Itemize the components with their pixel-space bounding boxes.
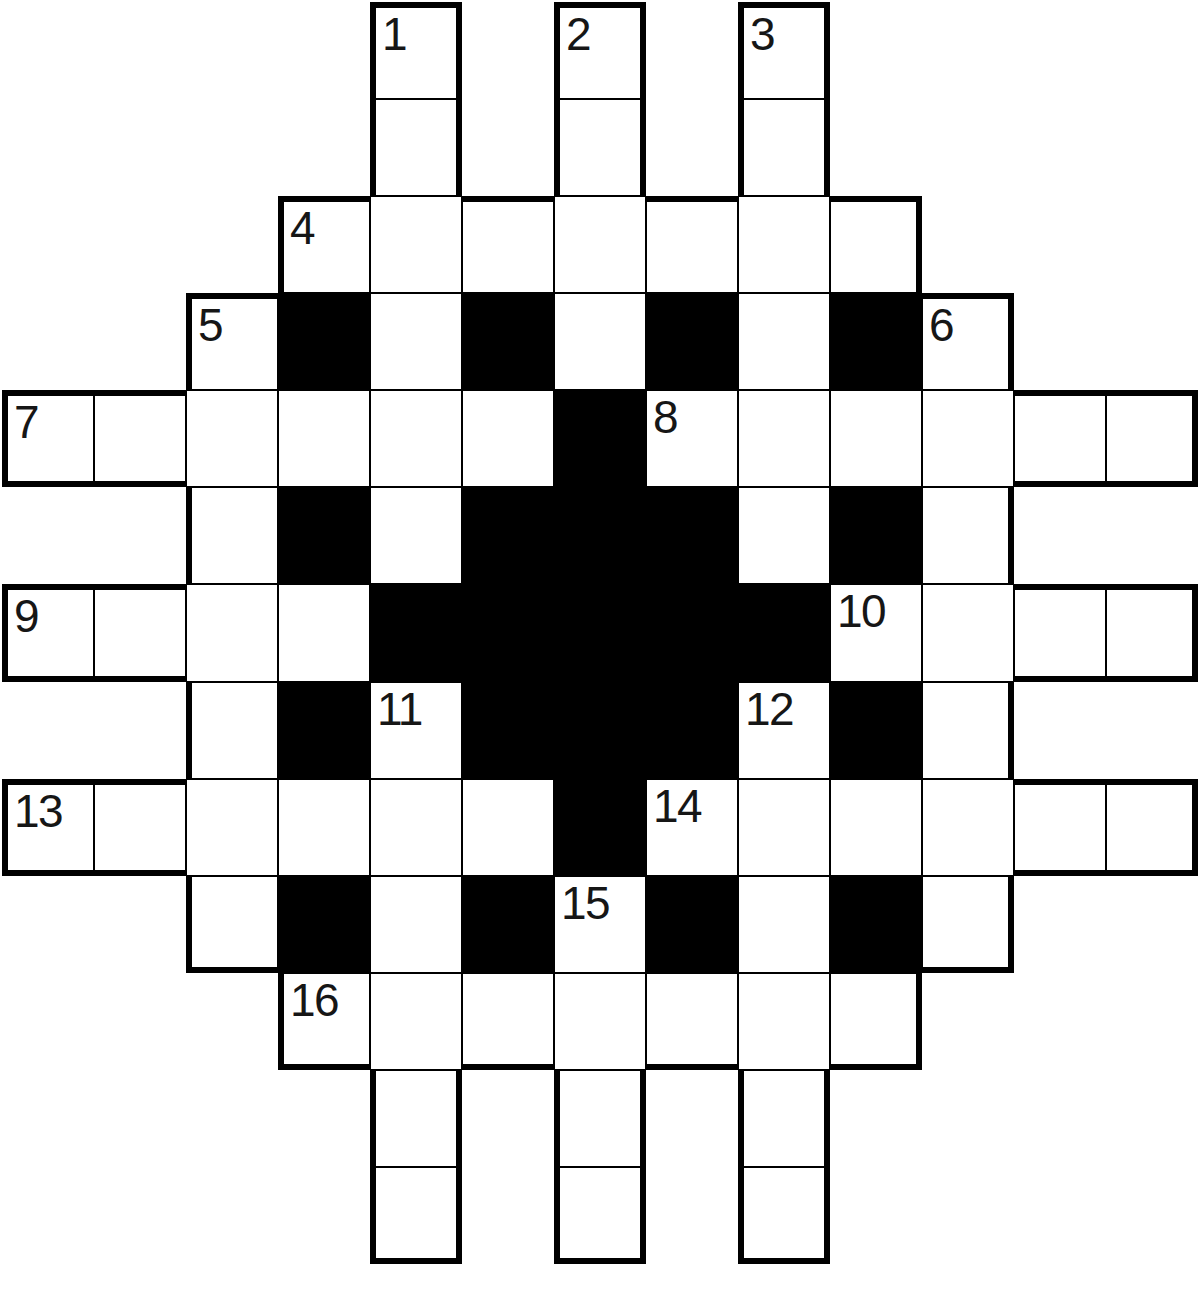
clue-number-1: 1 xyxy=(382,11,406,57)
clue-number-16: 16 xyxy=(290,977,338,1023)
white-cell-r4c5[interactable] xyxy=(462,390,554,487)
white-cell-r8c3[interactable] xyxy=(278,779,370,876)
white-cell-r9c2[interactable] xyxy=(186,876,278,973)
outside-area xyxy=(186,973,278,1070)
white-cell-r3c2[interactable]: 5 xyxy=(186,293,278,390)
white-cell-r10c6[interactable] xyxy=(554,973,646,1070)
outside-area xyxy=(278,1070,370,1167)
outside-area xyxy=(1014,196,1106,293)
white-cell-r2c5[interactable] xyxy=(462,196,554,293)
white-cell-r9c4[interactable] xyxy=(370,876,462,973)
outside-area xyxy=(1106,2,1198,99)
white-cell-r6c2[interactable] xyxy=(186,584,278,681)
clue-number-9: 9 xyxy=(14,593,38,639)
clue-number-14: 14 xyxy=(653,783,701,829)
black-cell-r9c9 xyxy=(830,876,922,973)
outside-area xyxy=(94,99,186,196)
outside-area xyxy=(830,99,922,196)
white-cell-r7c4[interactable]: 11 xyxy=(370,682,462,779)
white-cell-r4c1[interactable] xyxy=(94,390,186,487)
outside-area xyxy=(1106,973,1198,1070)
outside-area xyxy=(1014,1070,1106,1167)
outside-area xyxy=(94,487,186,584)
outside-area xyxy=(830,1070,922,1167)
white-cell-r10c3[interactable]: 16 xyxy=(278,973,370,1070)
white-cell-r12c8[interactable] xyxy=(738,1167,830,1264)
clue-number-2: 2 xyxy=(566,11,590,57)
outside-area xyxy=(186,196,278,293)
white-cell-r6c1[interactable] xyxy=(94,584,186,681)
outside-area xyxy=(186,1167,278,1264)
clue-number-4: 4 xyxy=(290,205,314,251)
clue-number-13: 13 xyxy=(14,788,62,834)
black-cell-r7c3 xyxy=(278,682,370,779)
outside-area xyxy=(1106,876,1198,973)
white-cell-r4c12[interactable] xyxy=(1106,390,1198,487)
black-cell-r6c8 xyxy=(738,584,830,681)
white-cell-r7c8[interactable]: 12 xyxy=(738,682,830,779)
white-cell-r9c8[interactable] xyxy=(738,876,830,973)
white-cell-r8c9[interactable] xyxy=(830,779,922,876)
white-cell-r1c4[interactable] xyxy=(370,99,462,196)
white-cell-r0c6[interactable]: 2 xyxy=(554,2,646,99)
outside-area xyxy=(2,293,94,390)
outside-area xyxy=(94,2,186,99)
black-cell-r6c4 xyxy=(370,584,462,681)
white-cell-r4c10[interactable] xyxy=(922,390,1014,487)
clue-number-11: 11 xyxy=(377,686,422,732)
white-cell-r10c8[interactable] xyxy=(738,973,830,1070)
white-cell-r3c10[interactable]: 6 xyxy=(922,293,1014,390)
black-cell-r7c9 xyxy=(830,682,922,779)
outside-area xyxy=(646,2,738,99)
white-cell-r2c9[interactable] xyxy=(830,196,922,293)
outside-area xyxy=(2,196,94,293)
outside-area xyxy=(922,196,1014,293)
white-cell-r12c4[interactable] xyxy=(370,1167,462,1264)
outside-area xyxy=(278,99,370,196)
white-cell-r5c4[interactable] xyxy=(370,487,462,584)
outside-area xyxy=(462,2,554,99)
white-cell-r8c7[interactable]: 14 xyxy=(646,779,738,876)
white-cell-r12c6[interactable] xyxy=(554,1167,646,1264)
outside-area xyxy=(1014,2,1106,99)
black-cell-r9c3 xyxy=(278,876,370,973)
outside-area xyxy=(2,99,94,196)
outside-area xyxy=(2,876,94,973)
white-cell-r9c6[interactable]: 15 xyxy=(554,876,646,973)
clue-number-5: 5 xyxy=(198,302,222,348)
outside-area xyxy=(1014,487,1106,584)
outside-area xyxy=(1014,99,1106,196)
white-cell-r8c10[interactable] xyxy=(922,779,1014,876)
outside-area xyxy=(1106,293,1198,390)
white-cell-r2c3[interactable]: 4 xyxy=(278,196,370,293)
outside-area xyxy=(94,1167,186,1264)
white-cell-r8c11[interactable] xyxy=(1014,779,1106,876)
white-cell-r2c7[interactable] xyxy=(646,196,738,293)
outside-area xyxy=(1106,1167,1198,1264)
white-cell-r3c4[interactable] xyxy=(370,293,462,390)
black-cell-r3c5 xyxy=(462,293,554,390)
black-cell-r6c5 xyxy=(462,584,554,681)
clue-number-8: 8 xyxy=(653,394,677,440)
white-cell-r4c9[interactable] xyxy=(830,390,922,487)
white-cell-r3c6[interactable] xyxy=(554,293,646,390)
black-cell-r3c3 xyxy=(278,293,370,390)
white-cell-r6c3[interactable] xyxy=(278,584,370,681)
outside-area xyxy=(278,1167,370,1264)
white-cell-r8c8[interactable] xyxy=(738,779,830,876)
white-cell-r1c8[interactable] xyxy=(738,99,830,196)
white-cell-r5c2[interactable] xyxy=(186,487,278,584)
white-cell-r3c8[interactable] xyxy=(738,293,830,390)
white-cell-r10c7[interactable] xyxy=(646,973,738,1070)
outside-area xyxy=(1014,876,1106,973)
white-cell-r6c11[interactable] xyxy=(1014,584,1106,681)
white-cell-r4c2[interactable] xyxy=(186,390,278,487)
outside-area xyxy=(2,682,94,779)
black-cell-r8c6 xyxy=(554,779,646,876)
clue-number-12: 12 xyxy=(745,686,793,732)
outside-area xyxy=(922,2,1014,99)
outside-area xyxy=(94,973,186,1070)
outside-area xyxy=(94,293,186,390)
outside-area xyxy=(922,99,1014,196)
outside-area xyxy=(1014,682,1106,779)
white-cell-r4c4[interactable] xyxy=(370,390,462,487)
outside-area xyxy=(2,487,94,584)
clue-number-15: 15 xyxy=(561,880,609,926)
white-cell-r8c2[interactable] xyxy=(186,779,278,876)
white-cell-r8c12[interactable] xyxy=(1106,779,1198,876)
black-cell-r6c7 xyxy=(646,584,738,681)
white-cell-r5c8[interactable] xyxy=(738,487,830,584)
white-cell-r6c12[interactable] xyxy=(1106,584,1198,681)
black-cell-r7c6 xyxy=(554,682,646,779)
white-cell-r10c9[interactable] xyxy=(830,973,922,1070)
outside-area xyxy=(462,99,554,196)
white-cell-r8c4[interactable] xyxy=(370,779,462,876)
white-cell-r6c0[interactable]: 9 xyxy=(2,584,94,681)
outside-area xyxy=(2,1167,94,1264)
white-cell-r8c0[interactable]: 13 xyxy=(2,779,94,876)
white-cell-r2c4[interactable] xyxy=(370,196,462,293)
page: { "game": "crossword", "board": { "rows"… xyxy=(0,0,1200,1304)
outside-area xyxy=(94,196,186,293)
white-cell-r7c2[interactable] xyxy=(186,682,278,779)
outside-area xyxy=(1014,973,1106,1070)
white-cell-r9c10[interactable] xyxy=(922,876,1014,973)
black-cell-r5c6 xyxy=(554,487,646,584)
outside-area xyxy=(2,2,94,99)
outside-area xyxy=(186,1070,278,1167)
outside-area xyxy=(1106,196,1198,293)
outside-area xyxy=(1014,1167,1106,1264)
black-cell-r3c7 xyxy=(646,293,738,390)
black-cell-r9c5 xyxy=(462,876,554,973)
outside-area xyxy=(646,1167,738,1264)
white-cell-r10c4[interactable] xyxy=(370,973,462,1070)
outside-area xyxy=(922,1167,1014,1264)
white-cell-r8c5[interactable] xyxy=(462,779,554,876)
outside-area xyxy=(646,99,738,196)
outside-area xyxy=(922,973,1014,1070)
outside-area xyxy=(94,1070,186,1167)
outside-area xyxy=(646,1070,738,1167)
white-cell-r4c11[interactable] xyxy=(1014,390,1106,487)
white-cell-r2c8[interactable] xyxy=(738,196,830,293)
outside-area xyxy=(2,1070,94,1167)
white-cell-r8c1[interactable] xyxy=(94,779,186,876)
white-cell-r5c10[interactable] xyxy=(922,487,1014,584)
outside-area xyxy=(1106,1070,1198,1167)
white-cell-r1c6[interactable] xyxy=(554,99,646,196)
clue-number-6: 6 xyxy=(929,302,953,348)
outside-area xyxy=(1106,99,1198,196)
outside-area xyxy=(830,2,922,99)
white-cell-r0c4[interactable]: 1 xyxy=(370,2,462,99)
white-cell-r2c6[interactable] xyxy=(554,196,646,293)
outside-area xyxy=(1106,487,1198,584)
white-cell-r11c8[interactable] xyxy=(738,1070,830,1167)
outside-area xyxy=(462,1167,554,1264)
white-cell-r0c8[interactable]: 3 xyxy=(738,2,830,99)
black-cell-r9c7 xyxy=(646,876,738,973)
outside-area xyxy=(278,2,370,99)
clue-number-3: 3 xyxy=(750,11,774,57)
black-cell-r6c6 xyxy=(554,584,646,681)
outside-area xyxy=(1014,293,1106,390)
black-cell-r5c9 xyxy=(830,487,922,584)
white-cell-r6c9[interactable]: 10 xyxy=(830,584,922,681)
white-cell-r4c0[interactable]: 7 xyxy=(2,390,94,487)
clue-number-10: 10 xyxy=(837,588,885,634)
outside-area xyxy=(94,876,186,973)
black-cell-r3c9 xyxy=(830,293,922,390)
outside-area xyxy=(94,682,186,779)
outside-area xyxy=(462,1070,554,1167)
white-cell-r4c7[interactable]: 8 xyxy=(646,390,738,487)
crossword-board: 12345678910111213141516 xyxy=(2,2,1198,1264)
black-cell-r7c5 xyxy=(462,682,554,779)
white-cell-r7c10[interactable] xyxy=(922,682,1014,779)
black-cell-r4c6 xyxy=(554,390,646,487)
outside-area xyxy=(2,973,94,1070)
white-cell-r10c5[interactable] xyxy=(462,973,554,1070)
outside-area xyxy=(1106,682,1198,779)
clue-number-7: 7 xyxy=(14,399,38,445)
outside-area xyxy=(186,2,278,99)
black-cell-r7c7 xyxy=(646,682,738,779)
black-cell-r5c3 xyxy=(278,487,370,584)
black-cell-r5c5 xyxy=(462,487,554,584)
white-cell-r11c4[interactable] xyxy=(370,1070,462,1167)
black-cell-r5c7 xyxy=(646,487,738,584)
outside-area xyxy=(830,1167,922,1264)
outside-area xyxy=(922,1070,1014,1167)
white-cell-r11c6[interactable] xyxy=(554,1070,646,1167)
white-cell-r4c8[interactable] xyxy=(738,390,830,487)
outside-area xyxy=(186,99,278,196)
white-cell-r6c10[interactable] xyxy=(922,584,1014,681)
white-cell-r4c3[interactable] xyxy=(278,390,370,487)
